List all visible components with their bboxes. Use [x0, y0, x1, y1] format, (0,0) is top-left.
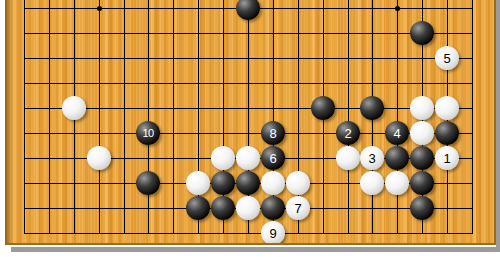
white-stone [336, 146, 360, 170]
star-point [395, 6, 400, 11]
white-stone [211, 146, 235, 170]
black-stone: 4 [385, 121, 409, 145]
grid-line [472, 0, 473, 234]
black-stone: 6 [261, 146, 285, 170]
board-left-rim [7, 0, 12, 243]
black-stone [410, 196, 434, 220]
black-stone [385, 146, 409, 170]
white-stone [186, 171, 210, 195]
grid-line [24, 0, 25, 234]
grid-line [148, 0, 149, 234]
black-stone [211, 171, 235, 195]
white-stone [410, 96, 434, 120]
move-number-label: 3 [360, 146, 384, 170]
grid-line [397, 0, 398, 234]
black-stone [211, 196, 235, 220]
grid-line [124, 0, 125, 234]
black-stone [236, 0, 260, 20]
white-stone: 1 [435, 146, 459, 170]
board-drop-shadow-bottom [11, 247, 500, 252]
white-stone [236, 146, 260, 170]
grid-line [173, 0, 174, 234]
move-number-label: 8 [261, 121, 285, 145]
black-stone [311, 96, 335, 120]
grid-line [348, 0, 349, 234]
move-number-label: 10 [136, 121, 160, 145]
move-number-label: 9 [261, 221, 285, 245]
move-number-label: 2 [336, 121, 360, 145]
move-number-label: 6 [261, 146, 285, 170]
grid-line [24, 233, 473, 234]
move-number-label: 7 [286, 196, 310, 220]
white-stone: 5 [435, 46, 459, 70]
white-stone: 3 [360, 146, 384, 170]
black-stone [186, 196, 210, 220]
white-stone [87, 146, 111, 170]
black-stone [261, 196, 285, 220]
go-diagram-screenshot: 51082463179 [0, 0, 500, 260]
black-stone [410, 146, 434, 170]
black-stone [136, 171, 160, 195]
white-stone [385, 171, 409, 195]
star-point [97, 6, 102, 11]
black-stone [236, 171, 260, 195]
move-number-label: 1 [435, 146, 459, 170]
white-stone [236, 196, 260, 220]
move-number-label: 5 [435, 46, 459, 70]
white-stone [261, 171, 285, 195]
white-stone [62, 96, 86, 120]
black-stone [410, 21, 434, 45]
white-stone [286, 171, 310, 195]
grid-line [24, 83, 473, 84]
grid-line [24, 58, 473, 59]
white-stone [360, 171, 384, 195]
black-stone: 10 [136, 121, 160, 145]
white-stone: 7 [286, 196, 310, 220]
black-stone [410, 171, 434, 195]
grid-line [24, 108, 473, 109]
black-stone: 2 [336, 121, 360, 145]
grid-line [49, 0, 50, 234]
black-stone: 8 [261, 121, 285, 145]
white-stone [435, 96, 459, 120]
move-number-label: 4 [385, 121, 409, 145]
board-drop-shadow-right [496, 0, 500, 251]
go-board[interactable]: 51082463179 [5, 0, 496, 245]
black-stone [360, 96, 384, 120]
white-stone [410, 121, 434, 145]
grid-line [24, 33, 473, 34]
white-stone: 9 [261, 221, 285, 245]
grid-line [99, 0, 100, 234]
black-stone [435, 121, 459, 145]
